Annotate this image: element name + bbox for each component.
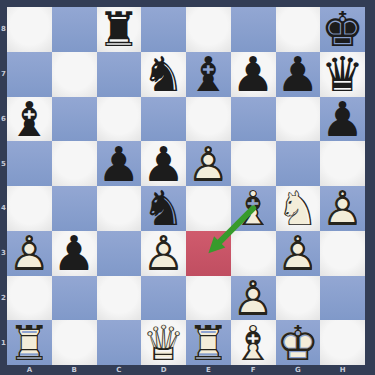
- square-e7[interactable]: ♝: [186, 52, 231, 97]
- square-g6[interactable]: [276, 97, 321, 142]
- white-pawn-outline: ♙: [231, 276, 276, 321]
- rank-label-6: 6: [0, 97, 7, 142]
- square-b6[interactable]: [52, 97, 97, 142]
- black-pawn-piece[interactable]: ♟: [97, 141, 142, 186]
- white-pawn-outline: ♙: [276, 231, 321, 276]
- square-c5[interactable]: ♟: [97, 141, 142, 186]
- chess-board-frame: 87654321 ♜♚♞♝♟♟♛♝♟♟♟♟♙♞♝♗♞♘♟♙♟♙♟♟♙♟♙♟♙♜♖…: [0, 0, 375, 375]
- square-g5[interactable]: [276, 141, 321, 186]
- black-pawn-piece[interactable]: ♟: [52, 231, 97, 276]
- white-pawn-piece[interactable]: ♟♙: [320, 186, 365, 231]
- white-queen-outline: ♕: [141, 320, 186, 365]
- square-a8[interactable]: [7, 7, 52, 52]
- white-knight-piece[interactable]: ♞♘: [276, 186, 321, 231]
- white-pawn-piece[interactable]: ♟♙: [231, 276, 276, 321]
- square-f5[interactable]: [231, 141, 276, 186]
- white-bishop-outline: ♗: [231, 186, 276, 231]
- square-h2[interactable]: [320, 276, 365, 321]
- square-f6[interactable]: [231, 97, 276, 142]
- square-f4[interactable]: ♝♗: [231, 186, 276, 231]
- square-h6[interactable]: ♟: [320, 97, 365, 142]
- square-a2[interactable]: [7, 276, 52, 321]
- square-e8[interactable]: [186, 7, 231, 52]
- black-king-piece[interactable]: ♚: [320, 7, 365, 52]
- black-knight-piece[interactable]: ♞: [141, 52, 186, 97]
- white-pawn-outline: ♙: [141, 231, 186, 276]
- white-king-outline: ♔: [276, 320, 321, 365]
- square-f2[interactable]: ♟♙: [231, 276, 276, 321]
- rank-labels: 87654321: [0, 7, 7, 365]
- square-b5[interactable]: [52, 141, 97, 186]
- rank-label-3: 3: [0, 231, 7, 276]
- black-knight-glyph: ♞: [141, 186, 186, 231]
- square-b7[interactable]: [52, 52, 97, 97]
- white-bishop-piece[interactable]: ♝♗: [231, 320, 276, 365]
- file-label-g: G: [276, 365, 321, 375]
- square-h4[interactable]: ♟♙: [320, 186, 365, 231]
- black-pawn-piece[interactable]: ♟: [141, 141, 186, 186]
- white-king-piece[interactable]: ♚♔: [276, 320, 321, 365]
- square-d2[interactable]: [141, 276, 186, 321]
- square-g2[interactable]: [276, 276, 321, 321]
- black-bishop-glyph: ♝: [7, 97, 52, 142]
- white-rook-outline: ♖: [7, 320, 52, 365]
- white-pawn-outline: ♙: [7, 231, 52, 276]
- file-label-a: A: [7, 365, 52, 375]
- square-h8[interactable]: ♚: [320, 7, 365, 52]
- black-pawn-glyph: ♟: [97, 141, 142, 186]
- square-a6[interactable]: ♝: [7, 97, 52, 142]
- rank-label-8: 8: [0, 7, 7, 52]
- black-knight-piece[interactable]: ♞: [141, 186, 186, 231]
- black-pawn-glyph: ♟: [231, 52, 276, 97]
- file-label-f: F: [231, 365, 276, 375]
- black-rook-glyph: ♜: [97, 7, 142, 52]
- square-d5[interactable]: ♟: [141, 141, 186, 186]
- square-c4[interactable]: [97, 186, 142, 231]
- file-label-e: E: [186, 365, 231, 375]
- black-queen-glyph: ♛: [320, 52, 365, 97]
- white-bishop-outline: ♗: [231, 320, 276, 365]
- white-rook-piece[interactable]: ♜♖: [186, 320, 231, 365]
- square-e3[interactable]: [186, 231, 231, 276]
- white-knight-outline: ♘: [276, 186, 321, 231]
- square-c1[interactable]: [97, 320, 142, 365]
- square-e6[interactable]: [186, 97, 231, 142]
- square-h1[interactable]: [320, 320, 365, 365]
- square-d1[interactable]: ♛♕: [141, 320, 186, 365]
- square-d7[interactable]: ♞: [141, 52, 186, 97]
- square-h3[interactable]: [320, 231, 365, 276]
- white-rook-piece[interactable]: ♜♖: [7, 320, 52, 365]
- square-f8[interactable]: [231, 7, 276, 52]
- black-pawn-glyph: ♟: [320, 97, 365, 142]
- square-a7[interactable]: [7, 52, 52, 97]
- black-bishop-piece[interactable]: ♝: [7, 97, 52, 142]
- white-bishop-piece[interactable]: ♝♗: [231, 186, 276, 231]
- black-knight-glyph: ♞: [141, 52, 186, 97]
- white-pawn-piece[interactable]: ♟♙: [276, 231, 321, 276]
- square-f7[interactable]: ♟: [231, 52, 276, 97]
- square-a5[interactable]: [7, 141, 52, 186]
- black-rook-piece[interactable]: ♜: [97, 7, 142, 52]
- white-pawn-piece[interactable]: ♟♙: [186, 141, 231, 186]
- square-e1[interactable]: ♜♖: [186, 320, 231, 365]
- white-rook-outline: ♖: [186, 320, 231, 365]
- square-g4[interactable]: ♞♘: [276, 186, 321, 231]
- black-pawn-glyph: ♟: [141, 141, 186, 186]
- square-c3[interactable]: [97, 231, 142, 276]
- rank-label-7: 7: [0, 52, 7, 97]
- square-f3[interactable]: [231, 231, 276, 276]
- file-label-b: B: [52, 365, 97, 375]
- square-a1[interactable]: ♜♖: [7, 320, 52, 365]
- file-label-c: C: [97, 365, 142, 375]
- chess-board: ♜♚♞♝♟♟♛♝♟♟♟♟♙♞♝♗♞♘♟♙♟♙♟♟♙♟♙♟♙♜♖♛♕♜♖♝♗♚♔: [7, 7, 365, 365]
- square-a3[interactable]: ♟♙: [7, 231, 52, 276]
- black-pawn-piece[interactable]: ♟: [231, 52, 276, 97]
- square-b8[interactable]: [52, 7, 97, 52]
- square-b1[interactable]: [52, 320, 97, 365]
- square-d8[interactable]: [141, 7, 186, 52]
- file-labels: ABCDEFGH: [7, 365, 365, 375]
- rank-label-4: 4: [0, 186, 7, 231]
- black-pawn-piece[interactable]: ♟: [320, 97, 365, 142]
- file-label-h: H: [320, 365, 365, 375]
- black-bishop-glyph: ♝: [186, 52, 231, 97]
- square-c8[interactable]: ♜: [97, 7, 142, 52]
- square-b2[interactable]: [52, 276, 97, 321]
- white-pawn-piece[interactable]: ♟♙: [141, 231, 186, 276]
- square-e4[interactable]: [186, 186, 231, 231]
- square-g1[interactable]: ♚♔: [276, 320, 321, 365]
- black-pawn-piece[interactable]: ♟: [276, 52, 321, 97]
- white-pawn-outline: ♙: [320, 186, 365, 231]
- square-d3[interactable]: ♟♙: [141, 231, 186, 276]
- square-c6[interactable]: [97, 97, 142, 142]
- square-a4[interactable]: [7, 186, 52, 231]
- rank-label-5: 5: [0, 141, 7, 186]
- file-label-d: D: [141, 365, 186, 375]
- square-c2[interactable]: [97, 276, 142, 321]
- square-d6[interactable]: [141, 97, 186, 142]
- black-king-glyph: ♚: [320, 7, 365, 52]
- black-bishop-piece[interactable]: ♝: [186, 52, 231, 97]
- square-b3[interactable]: ♟: [52, 231, 97, 276]
- rank-label-2: 2: [0, 276, 7, 321]
- square-b4[interactable]: [52, 186, 97, 231]
- square-h5[interactable]: [320, 141, 365, 186]
- black-queen-piece[interactable]: ♛: [320, 52, 365, 97]
- square-c7[interactable]: [97, 52, 142, 97]
- square-e2[interactable]: [186, 276, 231, 321]
- white-pawn-outline: ♙: [186, 141, 231, 186]
- square-g8[interactable]: [276, 7, 321, 52]
- square-g7[interactable]: ♟: [276, 52, 321, 97]
- square-d4[interactable]: ♞: [141, 186, 186, 231]
- white-queen-piece[interactable]: ♛♕: [141, 320, 186, 365]
- black-pawn-glyph: ♟: [52, 231, 97, 276]
- square-e5[interactable]: ♟♙: [186, 141, 231, 186]
- square-g3[interactable]: ♟♙: [276, 231, 321, 276]
- square-h7[interactable]: ♛: [320, 52, 365, 97]
- black-pawn-glyph: ♟: [276, 52, 321, 97]
- rank-label-1: 1: [0, 320, 7, 365]
- square-f1[interactable]: ♝♗: [231, 320, 276, 365]
- white-pawn-piece[interactable]: ♟♙: [7, 231, 52, 276]
